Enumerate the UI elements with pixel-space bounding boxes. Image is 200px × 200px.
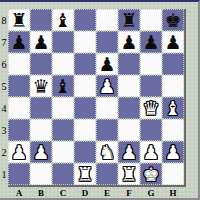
square-c2[interactable] (52, 141, 74, 163)
square-h8[interactable]: ♚ (162, 9, 184, 31)
file-label-D: D (74, 187, 96, 199)
piece-white-pawn-h2[interactable]: ♟ (164, 141, 181, 163)
rank-label-1: 1 (0, 163, 8, 185)
square-d1[interactable]: ♜ (74, 163, 96, 185)
piece-black-bishop-c5[interactable]: ♝ (54, 75, 71, 97)
square-g4[interactable]: ♛ (140, 97, 162, 119)
square-g7[interactable]: ♟ (140, 31, 162, 53)
square-a4[interactable] (8, 97, 30, 119)
square-h5[interactable] (162, 75, 184, 97)
square-c5[interactable]: ♝ (52, 75, 74, 97)
piece-white-queen-g4[interactable]: ♛ (142, 97, 159, 119)
square-b7[interactable]: ♟ (30, 31, 52, 53)
piece-black-pawn-f7[interactable]: ♟ (120, 31, 137, 53)
piece-white-king-g1[interactable]: ♚ (142, 163, 159, 185)
square-f5[interactable] (118, 75, 140, 97)
piece-black-queen-b5[interactable]: ♛ (32, 75, 49, 97)
piece-black-pawn-h7[interactable]: ♟ (164, 31, 181, 53)
piece-black-pawn-g7[interactable]: ♟ (142, 31, 159, 53)
square-g5[interactable] (140, 75, 162, 97)
file-label-F: F (118, 187, 140, 199)
square-d2[interactable] (74, 141, 96, 163)
square-d5[interactable] (74, 75, 96, 97)
file-label-C: C (52, 187, 74, 199)
square-e7[interactable] (96, 31, 118, 53)
square-e5[interactable]: ♟ (96, 75, 118, 97)
square-a3[interactable] (8, 119, 30, 141)
rank-label-5: 5 (0, 75, 8, 97)
piece-white-pawn-a2[interactable]: ♟ (10, 141, 27, 163)
square-c1[interactable] (52, 163, 74, 185)
piece-black-king-h8[interactable]: ♚ (164, 9, 181, 31)
square-a5[interactable] (8, 75, 30, 97)
piece-black-pawn-a7[interactable]: ♟ (10, 31, 27, 53)
rank-labels: 87654321 (0, 9, 8, 185)
square-g2[interactable]: ♟ (140, 141, 162, 163)
square-f6[interactable] (118, 53, 140, 75)
square-h4[interactable]: ♝ (162, 97, 184, 119)
square-a7[interactable]: ♟ (8, 31, 30, 53)
square-h6[interactable] (162, 53, 184, 75)
square-b3[interactable] (30, 119, 52, 141)
square-e6[interactable]: ♟ (96, 53, 118, 75)
square-b4[interactable] (30, 97, 52, 119)
square-e3[interactable] (96, 119, 118, 141)
square-d6[interactable] (74, 53, 96, 75)
square-f1[interactable]: ♜ (118, 163, 140, 185)
file-label-G: G (140, 187, 162, 199)
file-label-A: A (8, 187, 30, 199)
square-b2[interactable]: ♟ (30, 141, 52, 163)
square-b1[interactable] (30, 163, 52, 185)
square-b5[interactable]: ♛ (30, 75, 52, 97)
piece-white-pawn-e5[interactable]: ♟ (98, 75, 115, 97)
rank-label-2: 2 (0, 141, 8, 163)
piece-black-pawn-b7[interactable]: ♟ (32, 31, 49, 53)
square-f2[interactable]: ♟ (118, 141, 140, 163)
file-label-B: B (30, 187, 52, 199)
piece-black-rook-a8[interactable]: ♜ (10, 9, 27, 31)
piece-black-rook-f8[interactable]: ♜ (120, 9, 137, 31)
square-a2[interactable]: ♟ (8, 141, 30, 163)
square-d4[interactable] (74, 97, 96, 119)
file-labels: ABCDEFGH (8, 187, 184, 199)
square-g8[interactable] (140, 9, 162, 31)
square-f7[interactable]: ♟ (118, 31, 140, 53)
piece-white-bishop-h4[interactable]: ♝ (164, 97, 181, 119)
piece-white-rook-f1[interactable]: ♜ (120, 163, 137, 185)
piece-black-pawn-e6[interactable]: ♟ (98, 53, 115, 75)
square-c3[interactable] (52, 119, 74, 141)
file-label-H: H (162, 187, 184, 199)
square-a1[interactable] (8, 163, 30, 185)
piece-black-bishop-c8[interactable]: ♝ (54, 9, 71, 31)
square-g3[interactable] (140, 119, 162, 141)
rank-label-7: 7 (0, 31, 8, 53)
square-a6[interactable] (8, 53, 30, 75)
square-d8[interactable] (74, 9, 96, 31)
square-a8[interactable]: ♜ (8, 9, 30, 31)
piece-white-pawn-b2[interactable]: ♟ (32, 141, 49, 163)
square-h7[interactable]: ♟ (162, 31, 184, 53)
square-h3[interactable] (162, 119, 184, 141)
square-b8[interactable] (30, 9, 52, 31)
square-c7[interactable] (52, 31, 74, 53)
piece-white-knight-e2[interactable]: ♞ (98, 141, 115, 163)
rank-label-4: 4 (0, 97, 8, 119)
square-h1[interactable] (162, 163, 184, 185)
square-f3[interactable] (118, 119, 140, 141)
rank-label-3: 3 (0, 119, 8, 141)
square-h2[interactable]: ♟ (162, 141, 184, 163)
square-c4[interactable] (52, 97, 74, 119)
rank-label-6: 6 (0, 53, 8, 75)
piece-white-pawn-f2[interactable]: ♟ (120, 141, 137, 163)
square-c6[interactable] (52, 53, 74, 75)
square-e8[interactable] (96, 9, 118, 31)
chess-board-frame: 87654321 ♜♝♜♚♟♟♟♟♟♟♛♝♟♛♝♟♟♞♟♟♟♜♜♚ ABCDEF… (0, 0, 200, 200)
square-g1[interactable]: ♚ (140, 163, 162, 185)
square-f8[interactable]: ♜ (118, 9, 140, 31)
square-b6[interactable] (30, 53, 52, 75)
rank-label-8: 8 (0, 9, 8, 31)
square-e2[interactable]: ♞ (96, 141, 118, 163)
piece-white-rook-d1[interactable]: ♜ (76, 163, 93, 185)
square-c8[interactable]: ♝ (52, 9, 74, 31)
square-f4[interactable] (118, 97, 140, 119)
square-d7[interactable] (74, 31, 96, 53)
chess-board[interactable]: ♜♝♜♚♟♟♟♟♟♟♛♝♟♛♝♟♟♞♟♟♟♜♜♚ (8, 9, 186, 187)
piece-white-pawn-g2[interactable]: ♟ (142, 141, 159, 163)
square-e4[interactable] (96, 97, 118, 119)
square-g6[interactable] (140, 53, 162, 75)
file-label-E: E (96, 187, 118, 199)
square-d3[interactable] (74, 119, 96, 141)
square-e1[interactable] (96, 163, 118, 185)
